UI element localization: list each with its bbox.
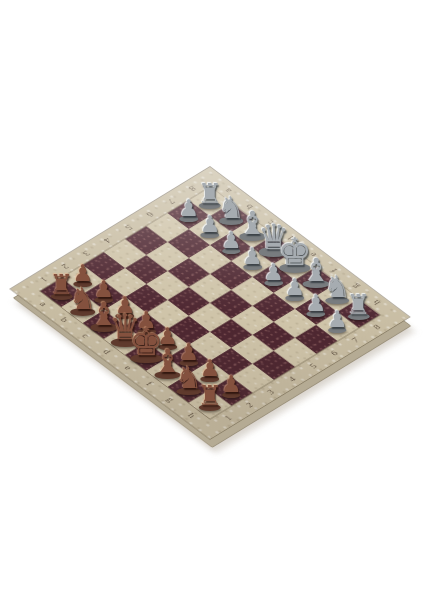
rank-label-far-6: 6 — [144, 210, 156, 218]
file-label-g: g — [165, 396, 177, 404]
rank-label-far-1: 1 — [38, 275, 50, 283]
rank-label-5: 5 — [307, 362, 319, 370]
rank-label-2: 2 — [243, 401, 255, 409]
file-label-far-d: d — [286, 235, 298, 243]
file-label-far-b: b — [243, 203, 255, 211]
file-label-far-a: a — [222, 187, 233, 194]
rank-label-far-5: 5 — [122, 223, 134, 231]
file-label-f: f — [144, 380, 154, 387]
file-label-far-h: h — [371, 299, 383, 307]
file-label-c: c — [80, 332, 91, 339]
file-label-far-c: c — [265, 219, 276, 226]
file-label-d: d — [101, 348, 113, 356]
rank-label-far-3: 3 — [80, 249, 92, 257]
file-label-far-f: f — [329, 267, 339, 274]
rank-label-3: 3 — [265, 388, 277, 396]
file-label-e: e — [123, 364, 134, 371]
rank-label-4: 4 — [286, 375, 298, 383]
file-label-a: a — [38, 300, 49, 307]
rank-label-7: 7 — [349, 336, 361, 344]
file-label-h: h — [186, 411, 198, 419]
rank-label-far-7: 7 — [165, 197, 177, 205]
rank-label-8: 8 — [371, 323, 383, 331]
rank-label-6: 6 — [328, 349, 340, 357]
squares-grid — [40, 187, 379, 418]
product-photo-stage: aabbccddeeffgghh1122334455667788 ♜♞♝♛♚♝♞… — [0, 0, 424, 600]
file-label-far-e: e — [307, 251, 318, 258]
file-label-b: b — [59, 316, 71, 324]
rank-label-far-8: 8 — [186, 184, 198, 192]
rank-label-far-2: 2 — [59, 262, 71, 270]
rank-label-far-4: 4 — [101, 236, 113, 244]
file-label-far-g: g — [349, 283, 361, 291]
rank-label-1: 1 — [222, 414, 234, 422]
chess-board: aabbccddeeffgghh1122334455667788 — [11, 167, 410, 439]
